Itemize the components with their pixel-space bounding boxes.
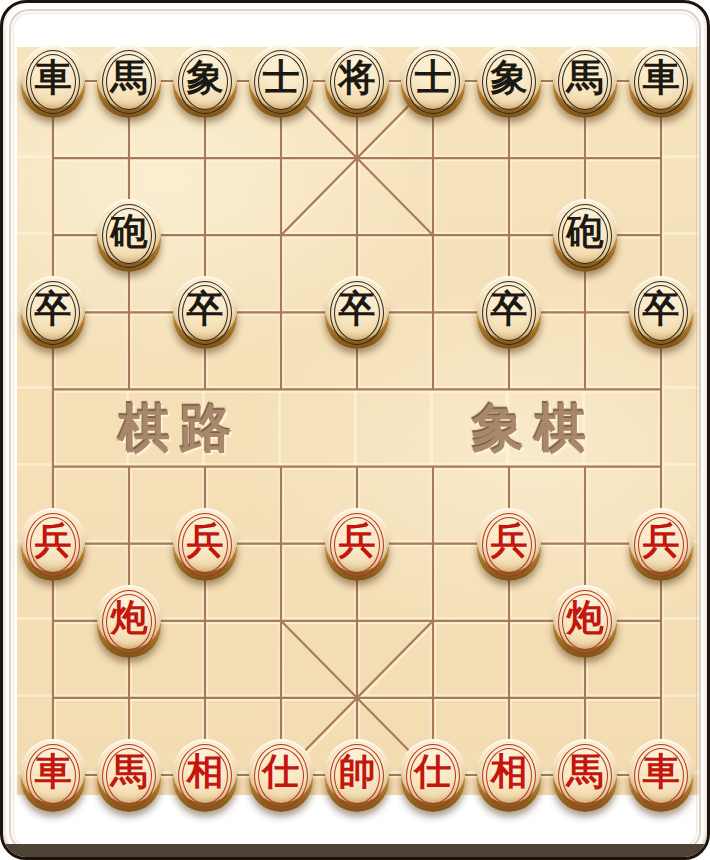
piece-red-horse[interactable]: 馬: [553, 739, 617, 813]
piece-red-cannon[interactable]: 炮: [553, 585, 617, 659]
piece-glyph: 馬: [97, 45, 161, 109]
piece-glyph: 馬: [97, 739, 161, 803]
piece-glyph: 車: [21, 45, 85, 109]
piece-red-cannon[interactable]: 炮: [97, 585, 161, 659]
piece-black-soldier[interactable]: 卒: [629, 276, 693, 350]
piece-red-soldier[interactable]: 兵: [325, 508, 389, 582]
piece-black-soldier[interactable]: 卒: [477, 276, 541, 350]
piece-black-horse[interactable]: 馬: [553, 45, 617, 119]
piece-glyph: 将: [325, 45, 389, 109]
river-label-left: 棋路: [118, 394, 242, 464]
piece-glyph: 卒: [477, 276, 541, 340]
piece-red-chariot[interactable]: 車: [21, 739, 85, 813]
piece-glyph: 帥: [325, 739, 389, 803]
piece-red-elephant[interactable]: 相: [173, 739, 237, 813]
piece-glyph: 卒: [21, 276, 85, 340]
piece-glyph: 砲: [553, 199, 617, 263]
piece-glyph: 兵: [173, 508, 237, 572]
piece-black-soldier[interactable]: 卒: [21, 276, 85, 350]
piece-red-soldier[interactable]: 兵: [629, 508, 693, 582]
piece-black-soldier[interactable]: 卒: [325, 276, 389, 350]
piece-glyph: 兵: [477, 508, 541, 572]
piece-glyph: 炮: [553, 585, 617, 649]
piece-glyph: 兵: [325, 508, 389, 572]
piece-glyph: 兵: [629, 508, 693, 572]
piece-black-advisor[interactable]: 士: [249, 45, 313, 119]
piece-black-chariot[interactable]: 車: [629, 45, 693, 119]
piece-glyph: 馬: [553, 45, 617, 109]
piece-black-general[interactable]: 将: [325, 45, 389, 119]
piece-glyph: 卒: [325, 276, 389, 340]
piece-glyph: 卒: [173, 276, 237, 340]
piece-glyph: 車: [629, 45, 693, 109]
piece-red-advisor[interactable]: 仕: [249, 739, 313, 813]
piece-red-soldier[interactable]: 兵: [21, 508, 85, 582]
piece-red-elephant[interactable]: 相: [477, 739, 541, 813]
xiangqi-board[interactable]: 棋路 象棋 車馬象士将士象馬車砲砲卒卒卒卒卒兵兵兵兵兵炮炮車馬相仕帥仕相馬車: [0, 0, 710, 860]
piece-glyph: 車: [629, 739, 693, 803]
piece-glyph: 仕: [249, 739, 313, 803]
piece-red-horse[interactable]: 馬: [97, 739, 161, 813]
piece-black-cannon[interactable]: 砲: [553, 199, 617, 273]
piece-black-elephant[interactable]: 象: [477, 45, 541, 119]
piece-glyph: 車: [21, 739, 85, 803]
piece-black-advisor[interactable]: 士: [401, 45, 465, 119]
piece-glyph: 士: [401, 45, 465, 109]
piece-black-horse[interactable]: 馬: [97, 45, 161, 119]
piece-glyph: 相: [173, 739, 237, 803]
board-bottom-edge: [3, 844, 707, 857]
piece-red-advisor[interactable]: 仕: [401, 739, 465, 813]
piece-black-soldier[interactable]: 卒: [173, 276, 237, 350]
piece-red-soldier[interactable]: 兵: [477, 508, 541, 582]
river-label-right: 象棋: [472, 394, 596, 464]
piece-glyph: 馬: [553, 739, 617, 803]
piece-glyph: 象: [477, 45, 541, 109]
xiangqi-app: 棋路 象棋 車馬象士将士象馬車砲砲卒卒卒卒卒兵兵兵兵兵炮炮車馬相仕帥仕相馬車: [0, 0, 710, 860]
piece-red-soldier[interactable]: 兵: [173, 508, 237, 582]
piece-glyph: 相: [477, 739, 541, 803]
piece-black-chariot[interactable]: 車: [21, 45, 85, 119]
piece-glyph: 士: [249, 45, 313, 109]
piece-red-chariot[interactable]: 車: [629, 739, 693, 813]
piece-glyph: 卒: [629, 276, 693, 340]
piece-glyph: 兵: [21, 508, 85, 572]
piece-glyph: 砲: [97, 199, 161, 263]
piece-glyph: 象: [173, 45, 237, 109]
piece-glyph: 炮: [97, 585, 161, 649]
piece-red-general[interactable]: 帥: [325, 739, 389, 813]
piece-black-cannon[interactable]: 砲: [97, 199, 161, 273]
piece-glyph: 仕: [401, 739, 465, 803]
piece-black-elephant[interactable]: 象: [173, 45, 237, 119]
